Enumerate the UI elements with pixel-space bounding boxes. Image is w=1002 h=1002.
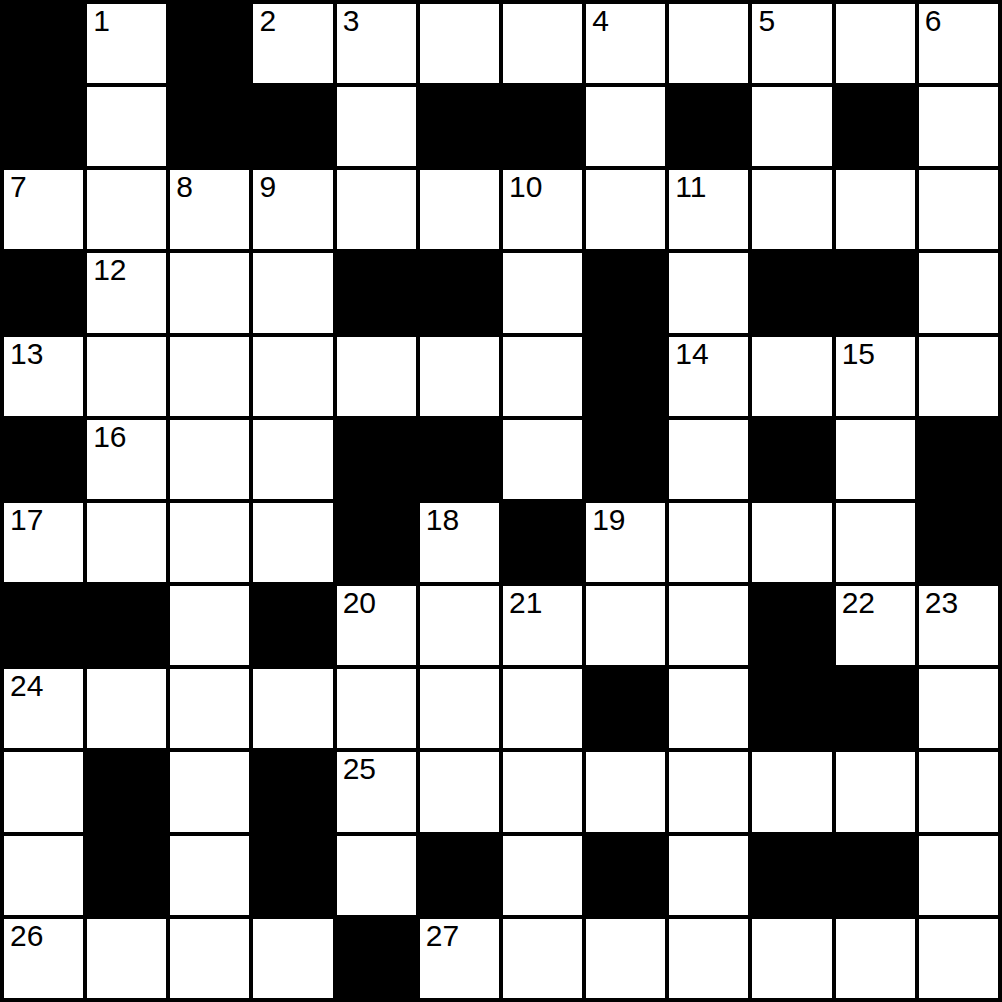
clue-number-7: 7 <box>10 171 27 203</box>
cell-r6c7[interactable]: 19 <box>586 503 665 582</box>
clue-number-23: 23 <box>925 587 958 619</box>
cell-r7c2[interactable] <box>170 586 249 665</box>
cell-r10c10-blocked <box>836 836 915 915</box>
cell-r5c10[interactable] <box>836 420 915 499</box>
cell-r5c5-blocked <box>420 420 499 499</box>
cell-r3c2[interactable] <box>170 253 249 332</box>
cell-r9c6[interactable] <box>503 752 582 831</box>
cell-r7c1-blocked <box>87 586 166 665</box>
cell-r5c3[interactable] <box>253 420 332 499</box>
clue-number-24: 24 <box>10 670 43 702</box>
cell-r8c6[interactable] <box>503 669 582 748</box>
cell-r10c9-blocked <box>752 836 831 915</box>
cell-r11c3[interactable] <box>253 919 332 998</box>
cell-r1c10-blocked <box>836 87 915 166</box>
cell-r6c6-blocked <box>503 503 582 582</box>
cell-r3c0-blocked <box>4 253 83 332</box>
cell-r3c8[interactable] <box>669 253 748 332</box>
cell-r4c6[interactable] <box>503 337 582 416</box>
cell-r9c7[interactable] <box>586 752 665 831</box>
cell-r7c7[interactable] <box>586 586 665 665</box>
cell-r4c1[interactable] <box>87 337 166 416</box>
cell-r11c2[interactable] <box>170 919 249 998</box>
cell-r11c4-blocked <box>337 919 416 998</box>
cell-r0c5[interactable] <box>420 4 499 83</box>
cell-r10c0[interactable] <box>4 836 83 915</box>
cell-r11c5[interactable]: 27 <box>420 919 499 998</box>
cell-r1c3-blocked <box>253 87 332 166</box>
cell-r8c5[interactable] <box>420 669 499 748</box>
cell-r4c5[interactable] <box>420 337 499 416</box>
cell-r6c8[interactable] <box>669 503 748 582</box>
cell-r10c5-blocked <box>420 836 499 915</box>
cell-r5c8[interactable] <box>669 420 748 499</box>
cell-r11c0[interactable]: 26 <box>4 919 83 998</box>
cell-r10c2[interactable] <box>170 836 249 915</box>
cell-r9c3-blocked <box>253 752 332 831</box>
cell-r2c9[interactable] <box>752 170 831 249</box>
cell-r2c10[interactable] <box>836 170 915 249</box>
cell-r9c2[interactable] <box>170 752 249 831</box>
cell-r8c9-blocked <box>752 669 831 748</box>
cell-r6c4-blocked <box>337 503 416 582</box>
clue-number-17: 17 <box>10 504 43 536</box>
clue-number-26: 26 <box>10 920 43 952</box>
cell-r3c9-blocked <box>752 253 831 332</box>
cell-r1c2-blocked <box>170 87 249 166</box>
cell-r5c7-blocked <box>586 420 665 499</box>
cell-r4c9[interactable] <box>752 337 831 416</box>
cell-r11c7[interactable] <box>586 919 665 998</box>
cell-r10c11[interactable] <box>919 836 998 915</box>
cell-r5c2[interactable] <box>170 420 249 499</box>
cell-r7c10[interactable]: 22 <box>836 586 915 665</box>
cell-r8c3[interactable] <box>253 669 332 748</box>
cell-r7c8[interactable] <box>669 586 748 665</box>
cell-r4c7-blocked <box>586 337 665 416</box>
cell-r4c3[interactable] <box>253 337 332 416</box>
cell-r9c11[interactable] <box>919 752 998 831</box>
cell-r10c6[interactable] <box>503 836 582 915</box>
cell-r7c4[interactable]: 20 <box>337 586 416 665</box>
cell-r2c6[interactable]: 10 <box>503 170 582 249</box>
cell-r8c2[interactable] <box>170 669 249 748</box>
cell-r0c1[interactable]: 1 <box>87 4 166 83</box>
cell-r6c1[interactable] <box>87 503 166 582</box>
cell-r1c6-blocked <box>503 87 582 166</box>
cell-r8c8[interactable] <box>669 669 748 748</box>
cell-r8c7-blocked <box>586 669 665 748</box>
cell-r3c3[interactable] <box>253 253 332 332</box>
cell-r2c1[interactable] <box>87 170 166 249</box>
cell-r4c4[interactable] <box>337 337 416 416</box>
cell-r3c11[interactable] <box>919 253 998 332</box>
cell-r8c11[interactable] <box>919 669 998 748</box>
cell-r4c11[interactable] <box>919 337 998 416</box>
cell-r3c10-blocked <box>836 253 915 332</box>
cell-r6c11-blocked <box>919 503 998 582</box>
cell-r0c11[interactable]: 6 <box>919 4 998 83</box>
cell-r0c10[interactable] <box>836 4 915 83</box>
cell-r3c7-blocked <box>586 253 665 332</box>
cell-r10c7-blocked <box>586 836 665 915</box>
cell-r5c1[interactable]: 16 <box>87 420 166 499</box>
cell-r2c2[interactable]: 8 <box>170 170 249 249</box>
cell-r5c6[interactable] <box>503 420 582 499</box>
cell-r6c0[interactable]: 17 <box>4 503 83 582</box>
cell-r6c2[interactable] <box>170 503 249 582</box>
cell-r9c5[interactable] <box>420 752 499 831</box>
clue-number-6: 6 <box>925 5 942 37</box>
cell-r9c1-blocked <box>87 752 166 831</box>
cell-r2c0[interactable]: 7 <box>4 170 83 249</box>
cell-r9c8[interactable] <box>669 752 748 831</box>
cell-r7c11[interactable]: 23 <box>919 586 998 665</box>
clue-number-19: 19 <box>592 504 625 536</box>
cell-r8c10-blocked <box>836 669 915 748</box>
cell-r0c0-blocked <box>4 4 83 83</box>
clue-number-22: 22 <box>842 587 875 619</box>
cell-r7c6[interactable]: 21 <box>503 586 582 665</box>
clue-number-5: 5 <box>758 5 775 37</box>
clue-number-14: 14 <box>675 338 708 370</box>
cell-r7c5[interactable] <box>420 586 499 665</box>
cell-r6c9[interactable] <box>752 503 831 582</box>
cell-r2c8[interactable]: 11 <box>669 170 748 249</box>
cell-r1c0-blocked <box>4 87 83 166</box>
clue-number-18: 18 <box>426 504 459 536</box>
cell-r9c4[interactable]: 25 <box>337 752 416 831</box>
clue-number-15: 15 <box>842 338 875 370</box>
cell-r11c6[interactable] <box>503 919 582 998</box>
clue-number-4: 4 <box>592 5 609 37</box>
cell-r11c1[interactable] <box>87 919 166 998</box>
clue-number-3: 3 <box>343 5 360 37</box>
clue-number-16: 16 <box>93 421 126 453</box>
clue-number-1: 1 <box>93 5 110 37</box>
cell-r10c1-blocked <box>87 836 166 915</box>
cell-r1c4[interactable] <box>337 87 416 166</box>
cell-r11c10[interactable] <box>836 919 915 998</box>
crossword-board: 1234567891011121314151617181920212223242… <box>0 0 1002 1002</box>
cell-r2c3[interactable]: 9 <box>253 170 332 249</box>
cell-r4c8[interactable]: 14 <box>669 337 748 416</box>
cell-r9c9[interactable] <box>752 752 831 831</box>
cell-r7c9-blocked <box>752 586 831 665</box>
clue-number-2: 2 <box>259 5 276 37</box>
cell-r6c5[interactable]: 18 <box>420 503 499 582</box>
clue-number-21: 21 <box>509 587 542 619</box>
clue-number-10: 10 <box>509 171 542 203</box>
cell-r2c11[interactable] <box>919 170 998 249</box>
clue-number-8: 8 <box>176 171 193 203</box>
cell-r4c2[interactable] <box>170 337 249 416</box>
cell-r7c3-blocked <box>253 586 332 665</box>
cell-r9c10[interactable] <box>836 752 915 831</box>
cell-r3c5-blocked <box>420 253 499 332</box>
cell-r0c8[interactable] <box>669 4 748 83</box>
cell-r4c10[interactable]: 15 <box>836 337 915 416</box>
cell-r10c4[interactable] <box>337 836 416 915</box>
clue-number-9: 9 <box>259 171 276 203</box>
cell-r5c11-blocked <box>919 420 998 499</box>
cell-r6c3[interactable] <box>253 503 332 582</box>
cell-r0c7[interactable]: 4 <box>586 4 665 83</box>
cell-r1c7[interactable] <box>586 87 665 166</box>
cell-r5c0-blocked <box>4 420 83 499</box>
cell-r0c4[interactable]: 3 <box>337 4 416 83</box>
cell-r1c1[interactable] <box>87 87 166 166</box>
cell-r0c3[interactable]: 2 <box>253 4 332 83</box>
cell-r5c9-blocked <box>752 420 831 499</box>
cell-r0c2-blocked <box>170 4 249 83</box>
cell-r4c0[interactable]: 13 <box>4 337 83 416</box>
cell-r8c1[interactable] <box>87 669 166 748</box>
cell-r8c0[interactable]: 24 <box>4 669 83 748</box>
cell-r6c10[interactable] <box>836 503 915 582</box>
cell-r11c8[interactable] <box>669 919 748 998</box>
cell-r10c3-blocked <box>253 836 332 915</box>
cell-r2c4[interactable] <box>337 170 416 249</box>
cell-r1c5-blocked <box>420 87 499 166</box>
clue-number-13: 13 <box>10 338 43 370</box>
cell-r2c7[interactable] <box>586 170 665 249</box>
cell-r0c9[interactable]: 5 <box>752 4 831 83</box>
cell-r3c1[interactable]: 12 <box>87 253 166 332</box>
cell-r3c6[interactable] <box>503 253 582 332</box>
cell-r7c0-blocked <box>4 586 83 665</box>
cell-r10c8[interactable] <box>669 836 748 915</box>
cell-r11c11[interactable] <box>919 919 998 998</box>
cell-r1c9[interactable] <box>752 87 831 166</box>
cell-r11c9[interactable] <box>752 919 831 998</box>
cell-r9c0[interactable] <box>4 752 83 831</box>
cell-r5c4-blocked <box>337 420 416 499</box>
cell-r1c8-blocked <box>669 87 748 166</box>
cell-r2c5[interactable] <box>420 170 499 249</box>
clue-number-25: 25 <box>343 753 376 785</box>
clue-number-20: 20 <box>343 587 376 619</box>
cell-r3c4-blocked <box>337 253 416 332</box>
cell-r0c6[interactable] <box>503 4 582 83</box>
cell-r1c11[interactable] <box>919 87 998 166</box>
cell-r8c4[interactable] <box>337 669 416 748</box>
clue-number-11: 11 <box>675 171 706 203</box>
clue-number-27: 27 <box>426 920 459 952</box>
clue-number-12: 12 <box>93 254 126 286</box>
